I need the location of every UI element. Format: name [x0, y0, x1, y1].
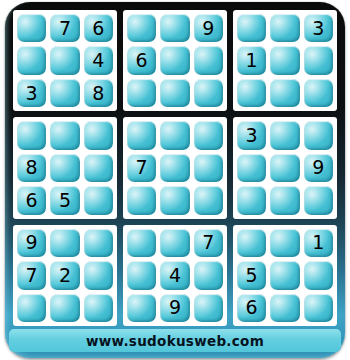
cell-r1c5[interactable] — [160, 14, 189, 42]
cell-r5c7[interactable] — [237, 154, 266, 182]
cell-r6c6[interactable] — [194, 186, 223, 214]
cell-r9c8[interactable] — [270, 294, 299, 322]
cell-r2c6[interactable] — [194, 46, 223, 74]
cell-r9c9[interactable] — [304, 294, 333, 322]
cell-r5c9[interactable]: 9 — [304, 154, 333, 182]
footer-band: www.sudokusweb.com — [9, 329, 341, 352]
cell-r1c6[interactable]: 9 — [194, 14, 223, 42]
cell-r3c8[interactable] — [270, 79, 299, 107]
cell-r8c5[interactable]: 4 — [160, 261, 189, 289]
cell-r1c4[interactable] — [127, 14, 156, 42]
cell-r9c5[interactable]: 9 — [160, 294, 189, 322]
cell-r6c8[interactable] — [270, 186, 299, 214]
cell-r6c7[interactable] — [237, 186, 266, 214]
cell-r4c2[interactable] — [50, 121, 79, 149]
sudoku-board: 764389631865739972749156 — [13, 10, 337, 326]
cell-r5c2[interactable] — [50, 154, 79, 182]
cell-r3c5[interactable] — [160, 79, 189, 107]
cell-r5c5[interactable] — [160, 154, 189, 182]
cell-r8c9[interactable] — [304, 261, 333, 289]
site-url-label: www.sudokusweb.com — [86, 333, 264, 349]
cell-r4c4[interactable] — [127, 121, 156, 149]
cell-r7c7[interactable] — [237, 229, 266, 257]
cell-r1c1[interactable] — [17, 14, 46, 42]
cell-r6c5[interactable] — [160, 186, 189, 214]
box-1: 76438 — [13, 10, 117, 111]
cell-r4c9[interactable] — [304, 121, 333, 149]
cell-r7c9[interactable]: 1 — [304, 229, 333, 257]
cell-r5c8[interactable] — [270, 154, 299, 182]
cell-r8c1[interactable]: 7 — [17, 261, 46, 289]
cell-r6c2[interactable]: 5 — [50, 186, 79, 214]
cell-r7c5[interactable] — [160, 229, 189, 257]
box-6: 39 — [233, 117, 337, 218]
cell-r2c4[interactable]: 6 — [127, 46, 156, 74]
cell-r9c6[interactable] — [194, 294, 223, 322]
box-9: 156 — [233, 225, 337, 326]
cell-r7c1[interactable]: 9 — [17, 229, 46, 257]
cell-r1c3[interactable]: 6 — [84, 14, 113, 42]
cell-r8c7[interactable]: 5 — [237, 261, 266, 289]
cell-r8c6[interactable] — [194, 261, 223, 289]
cell-r3c9[interactable] — [304, 79, 333, 107]
cell-r5c1[interactable]: 8 — [17, 154, 46, 182]
cell-r3c4[interactable] — [127, 79, 156, 107]
cell-r2c9[interactable] — [304, 46, 333, 74]
cell-r7c3[interactable] — [84, 229, 113, 257]
cell-r2c7[interactable]: 1 — [237, 46, 266, 74]
cell-r8c3[interactable] — [84, 261, 113, 289]
box-4: 865 — [13, 117, 117, 218]
cell-r9c3[interactable] — [84, 294, 113, 322]
cell-r2c1[interactable] — [17, 46, 46, 74]
box-3: 31 — [233, 10, 337, 111]
cell-r7c8[interactable] — [270, 229, 299, 257]
cell-r1c8[interactable] — [270, 14, 299, 42]
box-7: 972 — [13, 225, 117, 326]
cell-r4c8[interactable] — [270, 121, 299, 149]
cell-r9c2[interactable] — [50, 294, 79, 322]
cell-r5c3[interactable] — [84, 154, 113, 182]
cell-r4c6[interactable] — [194, 121, 223, 149]
cell-r5c4[interactable]: 7 — [127, 154, 156, 182]
cell-r4c5[interactable] — [160, 121, 189, 149]
cell-r7c6[interactable]: 7 — [194, 229, 223, 257]
cell-r6c9[interactable] — [304, 186, 333, 214]
cell-r3c2[interactable] — [50, 79, 79, 107]
cell-r6c3[interactable] — [84, 186, 113, 214]
cell-r2c8[interactable] — [270, 46, 299, 74]
cell-r8c8[interactable] — [270, 261, 299, 289]
cell-r2c3[interactable]: 4 — [84, 46, 113, 74]
cell-r4c3[interactable] — [84, 121, 113, 149]
cell-r2c2[interactable] — [50, 46, 79, 74]
cell-r5c6[interactable] — [194, 154, 223, 182]
cell-r1c9[interactable]: 3 — [304, 14, 333, 42]
cell-r8c4[interactable] — [127, 261, 156, 289]
cell-r3c1[interactable]: 3 — [17, 79, 46, 107]
cell-r6c4[interactable] — [127, 186, 156, 214]
cell-r2c5[interactable] — [160, 46, 189, 74]
box-2: 96 — [123, 10, 227, 111]
cell-r6c1[interactable]: 6 — [17, 186, 46, 214]
board-frame: 764389631865739972749156 www.sudokusweb.… — [5, 2, 345, 358]
cell-r9c1[interactable] — [17, 294, 46, 322]
cell-r7c4[interactable] — [127, 229, 156, 257]
cell-r3c6[interactable] — [194, 79, 223, 107]
cell-r3c3[interactable]: 8 — [84, 79, 113, 107]
cell-r1c7[interactable] — [237, 14, 266, 42]
cell-r4c7[interactable]: 3 — [237, 121, 266, 149]
cell-r4c1[interactable] — [17, 121, 46, 149]
cell-r1c2[interactable]: 7 — [50, 14, 79, 42]
cell-r7c2[interactable] — [50, 229, 79, 257]
box-8: 749 — [123, 225, 227, 326]
cell-r9c7[interactable]: 6 — [237, 294, 266, 322]
cell-r3c7[interactable] — [237, 79, 266, 107]
cell-r8c2[interactable]: 2 — [50, 261, 79, 289]
cell-r9c4[interactable] — [127, 294, 156, 322]
sudoku-screenshot: 764389631865739972749156 www.sudokusweb.… — [0, 0, 350, 360]
box-5: 7 — [123, 117, 227, 218]
